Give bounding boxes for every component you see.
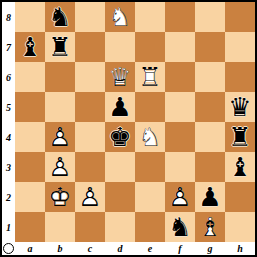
square-a3[interactable] [15, 152, 45, 182]
square-h1[interactable] [225, 212, 255, 242]
turn-indicator-cell [2, 242, 15, 255]
square-g3[interactable] [195, 152, 225, 182]
file-label-g: g [195, 242, 225, 255]
square-g8[interactable] [195, 2, 225, 32]
white-pawn-piece[interactable]: ♟♙ [45, 152, 75, 182]
square-h6[interactable] [225, 62, 255, 92]
square-e1[interactable] [135, 212, 165, 242]
rank-labels: 87654321 [2, 2, 15, 242]
square-a7[interactable]: ♝ [15, 32, 45, 62]
square-g6[interactable] [195, 62, 225, 92]
square-g2[interactable]: ♟ [195, 182, 225, 212]
white-bishop-piece[interactable]: ♝♗ [195, 212, 225, 242]
file-label-b: b [45, 242, 75, 255]
square-f7[interactable] [165, 32, 195, 62]
square-f8[interactable] [165, 2, 195, 32]
white-knight-piece[interactable]: ♞♘ [135, 122, 165, 152]
square-f1[interactable]: ♞ [165, 212, 195, 242]
rank-label-8: 8 [2, 2, 15, 32]
square-c2[interactable]: ♟♙ [75, 182, 105, 212]
square-f6[interactable] [165, 62, 195, 92]
chess-board: ♞♞♘♝♜♛♕♜♖♟♛♟♙♚♞♘♜♟♙♝♚♔♟♙♟♙♟♞♝♗ [15, 2, 255, 242]
square-d1[interactable] [105, 212, 135, 242]
square-f4[interactable] [165, 122, 195, 152]
rank-label-2: 2 [2, 182, 15, 212]
white-king-piece[interactable]: ♚♔ [45, 182, 75, 212]
square-b1[interactable] [45, 212, 75, 242]
file-label-e: e [135, 242, 165, 255]
white-queen-piece[interactable]: ♛♕ [105, 62, 135, 92]
square-d3[interactable] [105, 152, 135, 182]
square-c6[interactable] [75, 62, 105, 92]
square-b7[interactable]: ♜ [45, 32, 75, 62]
square-h8[interactable] [225, 2, 255, 32]
square-e2[interactable] [135, 182, 165, 212]
square-h7[interactable] [225, 32, 255, 62]
square-d4[interactable]: ♚ [105, 122, 135, 152]
square-b2[interactable]: ♚♔ [45, 182, 75, 212]
black-pawn-piece[interactable]: ♟ [195, 182, 225, 212]
square-f3[interactable] [165, 152, 195, 182]
square-c4[interactable] [75, 122, 105, 152]
square-g4[interactable] [195, 122, 225, 152]
board-with-rank-labels: 87654321 ♞♞♘♝♜♛♕♜♖♟♛♟♙♚♞♘♜♟♙♝♚♔♟♙♟♙♟♞♝♗ [2, 2, 255, 242]
black-knight-piece[interactable]: ♞ [165, 212, 195, 242]
white-to-move-indicator-icon [3, 243, 14, 254]
black-rook-piece[interactable]: ♜ [45, 32, 75, 62]
black-queen-piece[interactable]: ♛ [225, 92, 255, 122]
square-e6[interactable]: ♜♖ [135, 62, 165, 92]
chess-diagram: 87654321 ♞♞♘♝♜♛♕♜♖♟♛♟♙♚♞♘♜♟♙♝♚♔♟♙♟♙♟♞♝♗ … [0, 0, 257, 257]
square-e7[interactable] [135, 32, 165, 62]
white-pawn-piece[interactable]: ♟♙ [45, 122, 75, 152]
square-f5[interactable] [165, 92, 195, 122]
square-g1[interactable]: ♝♗ [195, 212, 225, 242]
square-b5[interactable] [45, 92, 75, 122]
square-f2[interactable]: ♟♙ [165, 182, 195, 212]
square-g7[interactable] [195, 32, 225, 62]
square-c5[interactable] [75, 92, 105, 122]
file-label-d: d [105, 242, 135, 255]
square-a4[interactable] [15, 122, 45, 152]
black-rook-piece[interactable]: ♜ [225, 122, 255, 152]
square-h2[interactable] [225, 182, 255, 212]
white-pawn-piece[interactable]: ♟♙ [165, 182, 195, 212]
white-knight-piece[interactable]: ♞♘ [105, 2, 135, 32]
square-e4[interactable]: ♞♘ [135, 122, 165, 152]
rank-label-6: 6 [2, 62, 15, 92]
rank-label-5: 5 [2, 92, 15, 122]
square-d5[interactable]: ♟ [105, 92, 135, 122]
square-d8[interactable]: ♞♘ [105, 2, 135, 32]
file-label-row: abcdefgh [2, 242, 255, 255]
file-label-h: h [225, 242, 255, 255]
rank-label-7: 7 [2, 32, 15, 62]
rank-label-3: 3 [2, 152, 15, 182]
square-h4[interactable]: ♜ [225, 122, 255, 152]
square-g5[interactable] [195, 92, 225, 122]
rank-label-4: 4 [2, 122, 15, 152]
square-a8[interactable] [15, 2, 45, 32]
square-a1[interactable] [15, 212, 45, 242]
file-labels: abcdefgh [15, 242, 255, 255]
square-d6[interactable]: ♛♕ [105, 62, 135, 92]
white-rook-piece[interactable]: ♜♖ [135, 62, 165, 92]
black-king-piece[interactable]: ♚ [105, 122, 135, 152]
square-c8[interactable] [75, 2, 105, 32]
file-label-a: a [15, 242, 45, 255]
square-c7[interactable] [75, 32, 105, 62]
square-h5[interactable]: ♛ [225, 92, 255, 122]
file-label-c: c [75, 242, 105, 255]
file-label-f: f [165, 242, 195, 255]
square-b4[interactable]: ♟♙ [45, 122, 75, 152]
white-pawn-piece[interactable]: ♟♙ [75, 182, 105, 212]
square-e3[interactable] [135, 152, 165, 182]
square-b8[interactable]: ♞ [45, 2, 75, 32]
square-b6[interactable] [45, 62, 75, 92]
black-pawn-piece[interactable]: ♟ [105, 92, 135, 122]
square-c1[interactable] [75, 212, 105, 242]
square-a2[interactable] [15, 182, 45, 212]
square-e8[interactable] [135, 2, 165, 32]
black-bishop-piece[interactable]: ♝ [225, 152, 255, 182]
square-h3[interactable]: ♝ [225, 152, 255, 182]
rank-label-1: 1 [2, 212, 15, 242]
black-bishop-piece[interactable]: ♝ [15, 32, 45, 62]
square-d7[interactable] [105, 32, 135, 62]
square-a5[interactable] [15, 92, 45, 122]
square-e5[interactable] [135, 92, 165, 122]
square-b3[interactable]: ♟♙ [45, 152, 75, 182]
square-d2[interactable] [105, 182, 135, 212]
square-c3[interactable] [75, 152, 105, 182]
square-a6[interactable] [15, 62, 45, 92]
black-knight-piece[interactable]: ♞ [45, 2, 75, 32]
